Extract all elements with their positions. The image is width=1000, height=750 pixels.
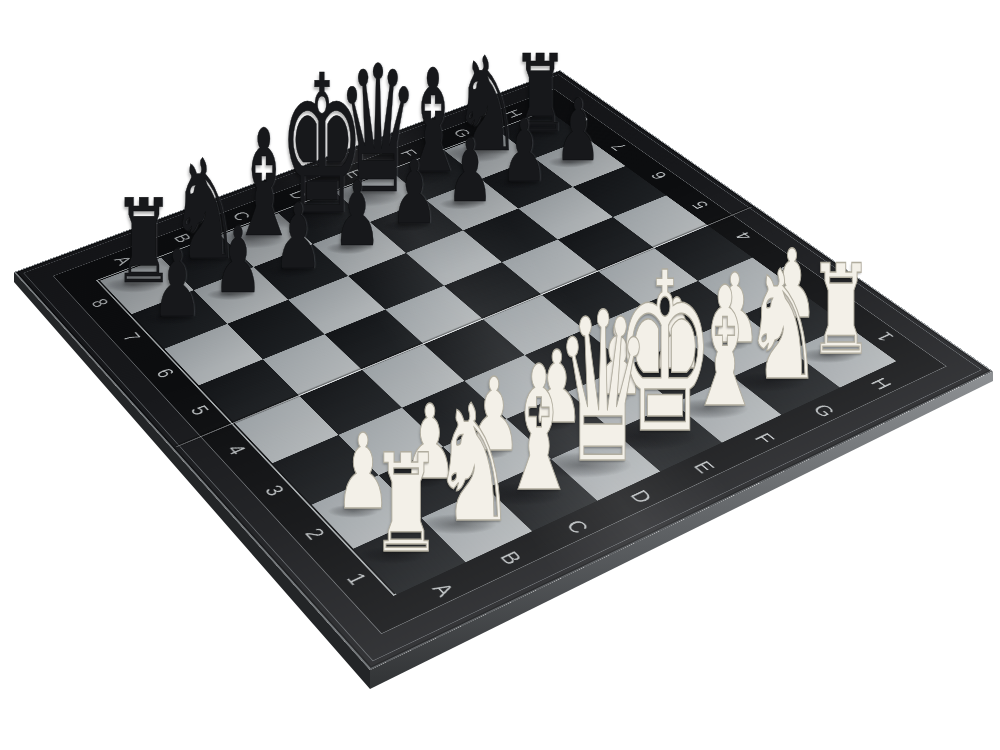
photo-of-folding-magnetic-chess-set: AABBCCDDEEFFGGHH8877665544332211 ♜♞♟♝♟♛♟… (0, 0, 1000, 750)
